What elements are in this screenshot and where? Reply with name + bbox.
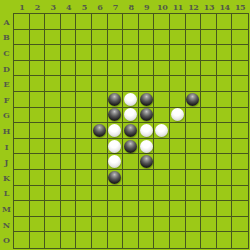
row-label-J: J: [0, 154, 13, 170]
column-label-7: 7: [108, 1, 124, 13]
cell-M12[interactable]: [186, 201, 202, 217]
column-label-10: 10: [154, 1, 170, 13]
cell-N4[interactable]: [61, 217, 77, 233]
cell-L2[interactable]: [30, 186, 46, 202]
cell-K2[interactable]: [30, 170, 46, 186]
cell-L4[interactable]: [61, 186, 77, 202]
cell-E7[interactable]: [108, 76, 124, 92]
cell-D13[interactable]: [201, 61, 217, 77]
white-stone-G11: [171, 108, 184, 121]
cell-C5[interactable]: [76, 45, 92, 61]
board-grid: [13, 13, 249, 249]
cell-J5[interactable]: [76, 154, 92, 170]
cell-L1[interactable]: [14, 186, 30, 202]
cell-D2[interactable]: [30, 61, 46, 77]
cell-H2[interactable]: [30, 123, 46, 139]
row-label-L: L: [0, 186, 13, 202]
cell-M7[interactable]: [108, 201, 124, 217]
cell-J13[interactable]: [201, 154, 217, 170]
cell-E9[interactable]: [139, 76, 155, 92]
cell-M5[interactable]: [76, 201, 92, 217]
column-label-12: 12: [186, 1, 202, 13]
cell-E13[interactable]: [201, 76, 217, 92]
cell-N11[interactable]: [170, 217, 186, 233]
cell-L7[interactable]: [108, 186, 124, 202]
cell-H15[interactable]: [232, 123, 248, 139]
cell-L12[interactable]: [186, 186, 202, 202]
cell-K15[interactable]: [232, 170, 248, 186]
cell-B14[interactable]: [217, 30, 233, 46]
cell-F14[interactable]: [217, 92, 233, 108]
cell-N8[interactable]: [123, 217, 139, 233]
cell-I3[interactable]: [45, 139, 61, 155]
cell-B4[interactable]: [61, 30, 77, 46]
cell-H11[interactable]: [170, 123, 186, 139]
cell-A15[interactable]: [232, 14, 248, 30]
cell-L6[interactable]: [92, 186, 108, 202]
cell-H9[interactable]: [139, 123, 155, 139]
cell-N14[interactable]: [217, 217, 233, 233]
black-stone-F12: [186, 93, 199, 106]
cell-J14[interactable]: [217, 154, 233, 170]
cell-B15[interactable]: [232, 30, 248, 46]
cell-M8[interactable]: [123, 201, 139, 217]
row-label-K: K: [0, 170, 13, 186]
cell-G1[interactable]: [14, 108, 30, 124]
cell-B11[interactable]: [170, 30, 186, 46]
cell-I15[interactable]: [232, 139, 248, 155]
white-stone-I7: [108, 140, 121, 153]
cell-G6[interactable]: [92, 108, 108, 124]
cell-D12[interactable]: [186, 61, 202, 77]
cell-O15[interactable]: [232, 232, 248, 248]
cell-M15[interactable]: [232, 201, 248, 217]
cell-H8[interactable]: [123, 123, 139, 139]
black-stone-G7: [108, 108, 121, 121]
cell-N3[interactable]: [45, 217, 61, 233]
cell-L15[interactable]: [232, 186, 248, 202]
cell-I11[interactable]: [170, 139, 186, 155]
cell-D9[interactable]: [139, 61, 155, 77]
cell-H3[interactable]: [45, 123, 61, 139]
cell-F7[interactable]: [108, 92, 124, 108]
cell-E5[interactable]: [76, 76, 92, 92]
cell-O5[interactable]: [76, 232, 92, 248]
cell-A5[interactable]: [76, 14, 92, 30]
white-stone-G8: [124, 108, 137, 121]
cell-M6[interactable]: [92, 201, 108, 217]
cell-O8[interactable]: [123, 232, 139, 248]
black-stone-G9: [140, 108, 153, 121]
cell-E8[interactable]: [123, 76, 139, 92]
cell-M3[interactable]: [45, 201, 61, 217]
cell-B3[interactable]: [45, 30, 61, 46]
cell-L9[interactable]: [139, 186, 155, 202]
column-label-14: 14: [217, 1, 233, 13]
column-label-3: 3: [45, 1, 61, 13]
cell-G2[interactable]: [30, 108, 46, 124]
cell-F13[interactable]: [201, 92, 217, 108]
column-label-8: 8: [123, 1, 139, 13]
cell-N6[interactable]: [92, 217, 108, 233]
cell-L11[interactable]: [170, 186, 186, 202]
cell-O11[interactable]: [170, 232, 186, 248]
cell-G15[interactable]: [232, 108, 248, 124]
cell-A9[interactable]: [139, 14, 155, 30]
cell-F4[interactable]: [61, 92, 77, 108]
cell-I13[interactable]: [201, 139, 217, 155]
cell-I14[interactable]: [217, 139, 233, 155]
cell-L10[interactable]: [154, 186, 170, 202]
cell-C10[interactable]: [154, 45, 170, 61]
cell-I7[interactable]: [108, 139, 124, 155]
cell-A7[interactable]: [108, 14, 124, 30]
cell-J3[interactable]: [45, 154, 61, 170]
cell-B12[interactable]: [186, 30, 202, 46]
cell-M1[interactable]: [14, 201, 30, 217]
cell-J15[interactable]: [232, 154, 248, 170]
column-label-15: 15: [232, 1, 248, 13]
cell-F3[interactable]: [45, 92, 61, 108]
cell-I9[interactable]: [139, 139, 155, 155]
cell-D6[interactable]: [92, 61, 108, 77]
cell-H13[interactable]: [201, 123, 217, 139]
row-label-D: D: [0, 61, 13, 77]
cell-E6[interactable]: [92, 76, 108, 92]
cell-A10[interactable]: [154, 14, 170, 30]
white-stone-I9: [140, 140, 153, 153]
cell-E1[interactable]: [14, 76, 30, 92]
cell-C12[interactable]: [186, 45, 202, 61]
cell-E4[interactable]: [61, 76, 77, 92]
row-label-I: I: [0, 139, 13, 155]
cell-B8[interactable]: [123, 30, 139, 46]
white-stone-H9: [140, 124, 153, 137]
cell-D3[interactable]: [45, 61, 61, 77]
cell-O4[interactable]: [61, 232, 77, 248]
white-stone-J7: [108, 155, 121, 168]
cell-B9[interactable]: [139, 30, 155, 46]
white-stone-F8: [124, 93, 137, 106]
cell-J10[interactable]: [154, 154, 170, 170]
cell-J12[interactable]: [186, 154, 202, 170]
black-stone-H6: [93, 124, 106, 137]
column-label-6: 6: [92, 1, 108, 13]
cell-K13[interactable]: [201, 170, 217, 186]
cell-A1[interactable]: [14, 14, 30, 30]
cell-O3[interactable]: [45, 232, 61, 248]
cell-K12[interactable]: [186, 170, 202, 186]
cell-G4[interactable]: [61, 108, 77, 124]
cell-A6[interactable]: [92, 14, 108, 30]
cell-D14[interactable]: [217, 61, 233, 77]
white-stone-H7: [108, 124, 121, 137]
cell-F10[interactable]: [154, 92, 170, 108]
cell-E14[interactable]: [217, 76, 233, 92]
cell-C7[interactable]: [108, 45, 124, 61]
cell-I1[interactable]: [14, 139, 30, 155]
cell-K11[interactable]: [170, 170, 186, 186]
cell-K9[interactable]: [139, 170, 155, 186]
cell-D1[interactable]: [14, 61, 30, 77]
cell-E2[interactable]: [30, 76, 46, 92]
cell-L13[interactable]: [201, 186, 217, 202]
cell-A13[interactable]: [201, 14, 217, 30]
cell-C4[interactable]: [61, 45, 77, 61]
cell-H4[interactable]: [61, 123, 77, 139]
cell-G10[interactable]: [154, 108, 170, 124]
cell-E11[interactable]: [170, 76, 186, 92]
cell-H1[interactable]: [14, 123, 30, 139]
cell-I8[interactable]: [123, 139, 139, 155]
cell-H6[interactable]: [92, 123, 108, 139]
cell-E10[interactable]: [154, 76, 170, 92]
cell-N1[interactable]: [14, 217, 30, 233]
cell-N15[interactable]: [232, 217, 248, 233]
cell-I6[interactable]: [92, 139, 108, 155]
row-label-M: M: [0, 201, 13, 217]
cell-G14[interactable]: [217, 108, 233, 124]
black-stone-I8: [124, 140, 137, 153]
column-label-9: 9: [139, 1, 155, 13]
cell-D8[interactable]: [123, 61, 139, 77]
row-label-F: F: [0, 92, 13, 108]
column-label-5: 5: [76, 1, 92, 13]
cell-A14[interactable]: [217, 14, 233, 30]
cell-O14[interactable]: [217, 232, 233, 248]
cell-E15[interactable]: [232, 76, 248, 92]
cell-M2[interactable]: [30, 201, 46, 217]
cell-O10[interactable]: [154, 232, 170, 248]
cell-B13[interactable]: [201, 30, 217, 46]
column-label-4: 4: [61, 1, 77, 13]
cell-K4[interactable]: [61, 170, 77, 186]
white-stone-H10: [155, 124, 168, 137]
cell-O1[interactable]: [14, 232, 30, 248]
cell-D4[interactable]: [61, 61, 77, 77]
cell-J4[interactable]: [61, 154, 77, 170]
cell-D7[interactable]: [108, 61, 124, 77]
cell-K10[interactable]: [154, 170, 170, 186]
cell-J1[interactable]: [14, 154, 30, 170]
cell-K3[interactable]: [45, 170, 61, 186]
cell-C11[interactable]: [170, 45, 186, 61]
cell-H5[interactable]: [76, 123, 92, 139]
cell-J6[interactable]: [92, 154, 108, 170]
cell-K5[interactable]: [76, 170, 92, 186]
cell-F5[interactable]: [76, 92, 92, 108]
cell-K1[interactable]: [14, 170, 30, 186]
row-label-N: N: [0, 217, 13, 233]
cell-N7[interactable]: [108, 217, 124, 233]
gomoku-board: 123456789101112131415 ABCDEFGHIJKLMNO: [0, 0, 250, 250]
cell-G9[interactable]: [139, 108, 155, 124]
cell-J7[interactable]: [108, 154, 124, 170]
cell-B2[interactable]: [30, 30, 46, 46]
cell-M11[interactable]: [170, 201, 186, 217]
cell-K8[interactable]: [123, 170, 139, 186]
column-labels: 123456789101112131415: [14, 1, 248, 13]
cell-I5[interactable]: [76, 139, 92, 155]
cell-F6[interactable]: [92, 92, 108, 108]
cell-C13[interactable]: [201, 45, 217, 61]
cell-C6[interactable]: [92, 45, 108, 61]
cell-E3[interactable]: [45, 76, 61, 92]
cell-B1[interactable]: [14, 30, 30, 46]
row-label-A: A: [0, 14, 13, 30]
cell-I4[interactable]: [61, 139, 77, 155]
row-labels: ABCDEFGHIJKLMNO: [0, 14, 13, 248]
cell-G13[interactable]: [201, 108, 217, 124]
cell-C15[interactable]: [232, 45, 248, 61]
cell-O9[interactable]: [139, 232, 155, 248]
cell-B7[interactable]: [108, 30, 124, 46]
cell-F2[interactable]: [30, 92, 46, 108]
row-label-B: B: [0, 30, 13, 46]
cell-M4[interactable]: [61, 201, 77, 217]
cell-F1[interactable]: [14, 92, 30, 108]
cell-I10[interactable]: [154, 139, 170, 155]
cell-N12[interactable]: [186, 217, 202, 233]
cell-I12[interactable]: [186, 139, 202, 155]
cell-H7[interactable]: [108, 123, 124, 139]
cell-K14[interactable]: [217, 170, 233, 186]
cell-B6[interactable]: [92, 30, 108, 46]
row-label-E: E: [0, 76, 13, 92]
cell-O12[interactable]: [186, 232, 202, 248]
cell-O7[interactable]: [108, 232, 124, 248]
cell-O13[interactable]: [201, 232, 217, 248]
cell-N10[interactable]: [154, 217, 170, 233]
row-label-G: G: [0, 108, 13, 124]
row-label-H: H: [0, 123, 13, 139]
cell-A4[interactable]: [61, 14, 77, 30]
cell-C14[interactable]: [217, 45, 233, 61]
cell-H10[interactable]: [154, 123, 170, 139]
cell-J9[interactable]: [139, 154, 155, 170]
cell-M9[interactable]: [139, 201, 155, 217]
column-label-2: 2: [30, 1, 46, 13]
cell-L14[interactable]: [217, 186, 233, 202]
cell-H12[interactable]: [186, 123, 202, 139]
cell-D11[interactable]: [170, 61, 186, 77]
cell-C9[interactable]: [139, 45, 155, 61]
cell-L8[interactable]: [123, 186, 139, 202]
cell-J11[interactable]: [170, 154, 186, 170]
cell-A11[interactable]: [170, 14, 186, 30]
cell-N9[interactable]: [139, 217, 155, 233]
column-label-13: 13: [201, 1, 217, 13]
cell-G7[interactable]: [108, 108, 124, 124]
cell-A2[interactable]: [30, 14, 46, 30]
black-stone-F9: [140, 93, 153, 106]
black-stone-H8: [124, 124, 137, 137]
cell-E12[interactable]: [186, 76, 202, 92]
column-label-11: 11: [170, 1, 186, 13]
cell-C3[interactable]: [45, 45, 61, 61]
cell-C1[interactable]: [14, 45, 30, 61]
column-label-1: 1: [14, 1, 30, 13]
cell-L5[interactable]: [76, 186, 92, 202]
cell-O2[interactable]: [30, 232, 46, 248]
cell-F11[interactable]: [170, 92, 186, 108]
cell-I2[interactable]: [30, 139, 46, 155]
cell-F8[interactable]: [123, 92, 139, 108]
cell-C8[interactable]: [123, 45, 139, 61]
cell-N5[interactable]: [76, 217, 92, 233]
cell-D15[interactable]: [232, 61, 248, 77]
cell-C2[interactable]: [30, 45, 46, 61]
cell-M13[interactable]: [201, 201, 217, 217]
cell-L3[interactable]: [45, 186, 61, 202]
cell-B10[interactable]: [154, 30, 170, 46]
cell-J2[interactable]: [30, 154, 46, 170]
cell-D10[interactable]: [154, 61, 170, 77]
cell-M14[interactable]: [217, 201, 233, 217]
cell-A12[interactable]: [186, 14, 202, 30]
cell-N13[interactable]: [201, 217, 217, 233]
black-stone-J9: [140, 155, 153, 168]
black-stone-K7: [108, 171, 121, 184]
cell-G5[interactable]: [76, 108, 92, 124]
black-stone-F7: [108, 93, 121, 106]
row-label-O: O: [0, 232, 13, 248]
cell-J8[interactable]: [123, 154, 139, 170]
cell-K6[interactable]: [92, 170, 108, 186]
cell-M10[interactable]: [154, 201, 170, 217]
row-label-C: C: [0, 45, 13, 61]
cell-N2[interactable]: [30, 217, 46, 233]
cell-G8[interactable]: [123, 108, 139, 124]
cell-F12[interactable]: [186, 92, 202, 108]
cell-G12[interactable]: [186, 108, 202, 124]
cell-A8[interactable]: [123, 14, 139, 30]
cell-B5[interactable]: [76, 30, 92, 46]
cell-H14[interactable]: [217, 123, 233, 139]
cell-A3[interactable]: [45, 14, 61, 30]
cell-D5[interactable]: [76, 61, 92, 77]
cell-G11[interactable]: [170, 108, 186, 124]
cell-G3[interactable]: [45, 108, 61, 124]
cell-F9[interactable]: [139, 92, 155, 108]
cell-F15[interactable]: [232, 92, 248, 108]
cell-K7[interactable]: [108, 170, 124, 186]
cell-O6[interactable]: [92, 232, 108, 248]
